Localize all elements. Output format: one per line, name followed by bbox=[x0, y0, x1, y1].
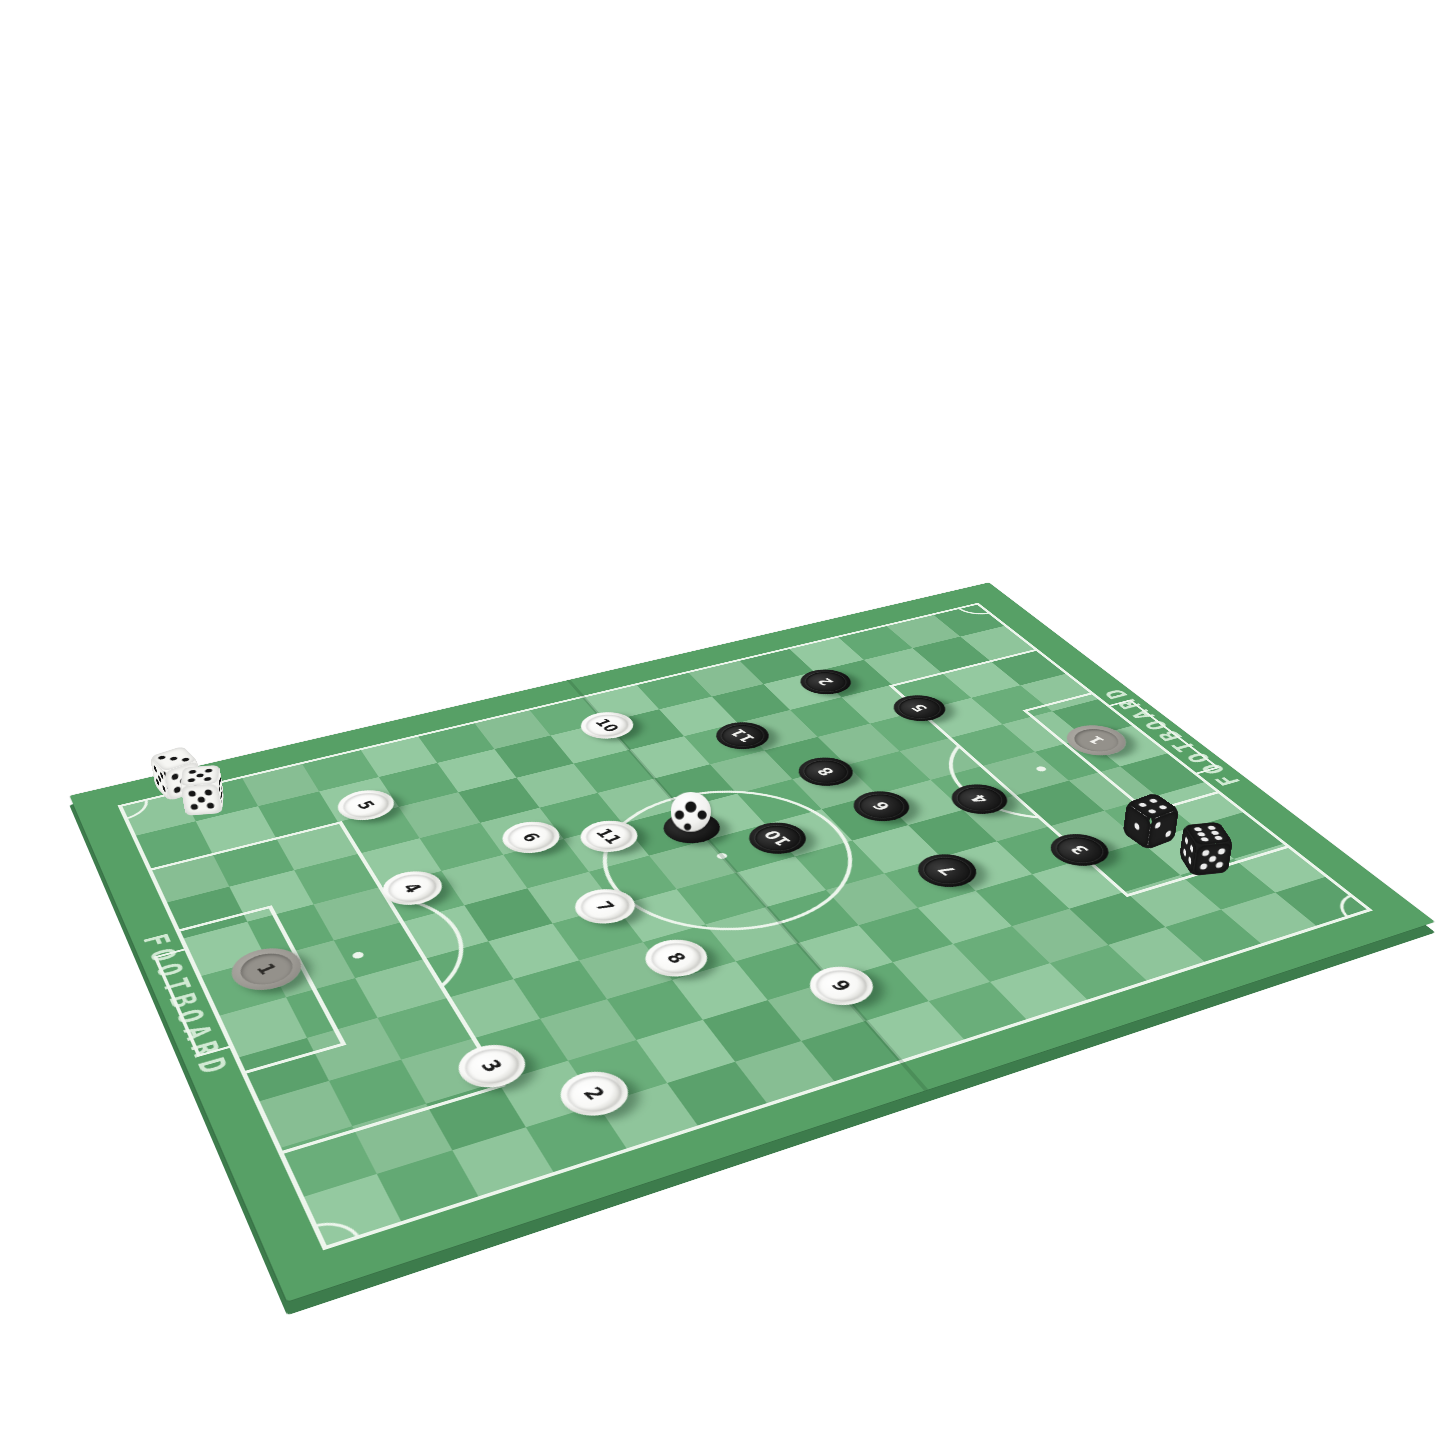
die-pip bbox=[1188, 856, 1191, 866]
footboard-game-board: FOOTBOARD FOOTBOARD bbox=[70, 582, 1435, 1301]
die-pip bbox=[1193, 827, 1202, 832]
die-pip bbox=[204, 777, 212, 781]
white-player-9[interactable]: 9 bbox=[799, 961, 884, 1012]
die-face-front bbox=[1192, 842, 1232, 876]
die-pip bbox=[156, 777, 160, 786]
die-pip bbox=[158, 755, 167, 760]
player-number: 9 bbox=[828, 978, 855, 994]
player-number: 4 bbox=[399, 881, 425, 895]
die-pip bbox=[1217, 848, 1225, 855]
die-pip bbox=[1215, 861, 1223, 868]
die-pip bbox=[1196, 832, 1206, 837]
die-pip bbox=[1213, 835, 1223, 840]
die-pip bbox=[1210, 830, 1220, 835]
die-pip bbox=[205, 769, 212, 773]
player-number: 2 bbox=[579, 1084, 608, 1102]
die-pip bbox=[188, 778, 196, 782]
white-goalkeeper-1[interactable]: 1 bbox=[223, 941, 309, 997]
die-pip bbox=[1202, 850, 1210, 857]
die-pip bbox=[1199, 837, 1209, 842]
die-pip bbox=[189, 770, 197, 774]
white-player-4[interactable]: 4 bbox=[374, 866, 449, 911]
die-pip bbox=[169, 756, 178, 761]
player-number: 8 bbox=[663, 950, 690, 965]
die-pip bbox=[196, 774, 204, 778]
die-pip bbox=[1190, 843, 1193, 853]
die-pip bbox=[180, 757, 189, 762]
die-pip bbox=[1208, 855, 1216, 862]
black-die-2[interactable] bbox=[1181, 837, 1230, 861]
white-player-8[interactable]: 8 bbox=[635, 934, 717, 983]
white-player-7[interactable]: 7 bbox=[566, 884, 644, 930]
white-player-3[interactable]: 3 bbox=[449, 1038, 535, 1095]
white-player-2[interactable]: 2 bbox=[550, 1064, 638, 1123]
die-pip bbox=[1184, 835, 1187, 845]
die-pip bbox=[171, 773, 178, 781]
player-number: 3 bbox=[478, 1057, 507, 1075]
player-number: 7 bbox=[592, 899, 618, 913]
die-pip bbox=[162, 784, 166, 793]
player-number: 1 bbox=[252, 961, 279, 977]
player-number: 7 bbox=[935, 864, 960, 878]
die-pip bbox=[1207, 826, 1216, 831]
die-pip bbox=[1200, 863, 1208, 870]
die-pip bbox=[153, 765, 157, 774]
die-pip bbox=[1183, 847, 1186, 857]
